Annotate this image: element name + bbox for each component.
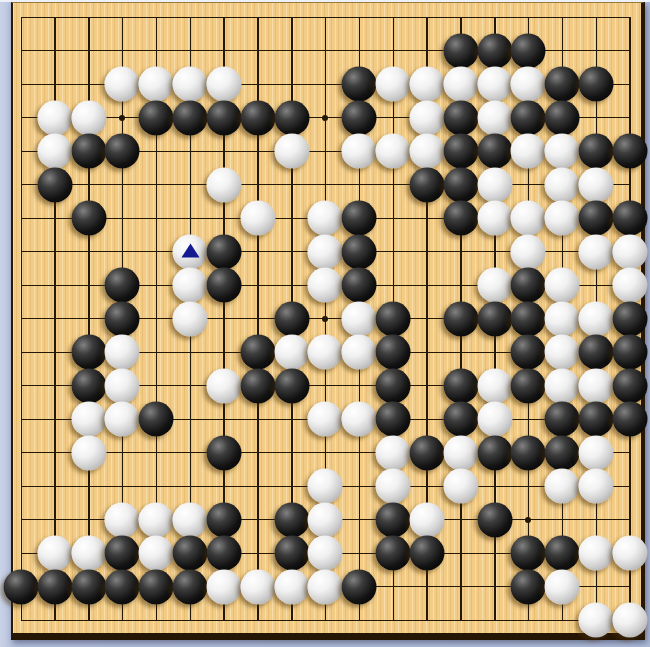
black-stone bbox=[545, 67, 580, 102]
black-stone bbox=[545, 536, 580, 571]
black-stone bbox=[376, 301, 411, 336]
white-stone bbox=[105, 368, 140, 403]
white-stone bbox=[612, 234, 647, 269]
white-stone bbox=[443, 469, 478, 504]
white-stone bbox=[308, 402, 343, 437]
white-stone bbox=[308, 268, 343, 303]
black-stone bbox=[579, 201, 614, 236]
white-stone bbox=[579, 301, 614, 336]
black-stone bbox=[511, 100, 546, 135]
black-stone bbox=[71, 134, 106, 169]
white-stone bbox=[71, 536, 106, 571]
white-stone bbox=[409, 67, 444, 102]
black-stone bbox=[105, 134, 140, 169]
star-point bbox=[322, 316, 328, 322]
white-stone bbox=[545, 268, 580, 303]
white-stone bbox=[173, 301, 208, 336]
go-board[interactable] bbox=[11, 2, 645, 640]
white-stone bbox=[376, 67, 411, 102]
white-stone bbox=[477, 268, 512, 303]
white-stone bbox=[105, 335, 140, 370]
white-stone bbox=[308, 201, 343, 236]
white-stone bbox=[477, 67, 512, 102]
white-stone bbox=[274, 335, 309, 370]
black-stone bbox=[37, 569, 72, 604]
black-stone bbox=[545, 402, 580, 437]
black-stone bbox=[342, 201, 377, 236]
white-stone bbox=[511, 67, 546, 102]
black-stone bbox=[511, 335, 546, 370]
white-stone bbox=[139, 67, 174, 102]
black-stone bbox=[274, 536, 309, 571]
black-stone bbox=[139, 100, 174, 135]
white-stone bbox=[443, 67, 478, 102]
white-stone bbox=[139, 536, 174, 571]
white-stone bbox=[477, 167, 512, 202]
white-stone bbox=[579, 536, 614, 571]
white-stone bbox=[342, 335, 377, 370]
white-stone bbox=[308, 569, 343, 604]
black-stone bbox=[71, 368, 106, 403]
white-stone bbox=[173, 268, 208, 303]
black-stone bbox=[274, 502, 309, 537]
white-stone bbox=[511, 201, 546, 236]
white-stone bbox=[545, 201, 580, 236]
white-stone bbox=[477, 100, 512, 135]
white-stone bbox=[105, 502, 140, 537]
white-stone bbox=[173, 67, 208, 102]
black-stone bbox=[511, 301, 546, 336]
black-stone bbox=[274, 301, 309, 336]
black-stone bbox=[71, 335, 106, 370]
white-stone bbox=[206, 167, 241, 202]
white-stone bbox=[342, 301, 377, 336]
white-stone bbox=[376, 435, 411, 470]
white-stone bbox=[308, 469, 343, 504]
black-stone bbox=[105, 536, 140, 571]
white-stone bbox=[206, 368, 241, 403]
white-stone bbox=[612, 536, 647, 571]
white-stone bbox=[477, 368, 512, 403]
black-stone bbox=[206, 268, 241, 303]
black-stone bbox=[579, 402, 614, 437]
white-stone bbox=[139, 502, 174, 537]
black-stone bbox=[206, 536, 241, 571]
black-stone bbox=[511, 268, 546, 303]
black-stone bbox=[342, 100, 377, 135]
black-stone bbox=[511, 33, 546, 68]
black-stone bbox=[612, 368, 647, 403]
black-stone bbox=[443, 134, 478, 169]
white-stone bbox=[342, 134, 377, 169]
white-stone bbox=[308, 335, 343, 370]
white-stone bbox=[511, 234, 546, 269]
black-stone bbox=[105, 268, 140, 303]
white-stone bbox=[240, 569, 275, 604]
white-stone bbox=[443, 435, 478, 470]
black-stone bbox=[443, 100, 478, 135]
white-stone bbox=[477, 402, 512, 437]
black-stone bbox=[206, 100, 241, 135]
triangle-marker-icon bbox=[181, 244, 199, 258]
black-stone bbox=[206, 435, 241, 470]
black-stone bbox=[139, 402, 174, 437]
white-stone bbox=[545, 569, 580, 604]
white-stone bbox=[477, 201, 512, 236]
black-stone bbox=[71, 201, 106, 236]
black-stone bbox=[71, 569, 106, 604]
black-stone bbox=[240, 100, 275, 135]
white-stone bbox=[37, 134, 72, 169]
black-stone bbox=[4, 569, 39, 604]
black-stone bbox=[376, 536, 411, 571]
black-stone bbox=[477, 134, 512, 169]
white-stone bbox=[274, 134, 309, 169]
black-stone bbox=[173, 569, 208, 604]
white-stone bbox=[409, 100, 444, 135]
white-stone bbox=[511, 134, 546, 169]
grid-line-vertical bbox=[21, 17, 22, 621]
black-stone bbox=[545, 435, 580, 470]
white-stone bbox=[545, 134, 580, 169]
white-stone bbox=[308, 234, 343, 269]
white-stone bbox=[37, 100, 72, 135]
star-point bbox=[525, 517, 531, 523]
go-game-window bbox=[0, 0, 650, 647]
black-stone bbox=[409, 167, 444, 202]
black-stone bbox=[612, 301, 647, 336]
white-stone bbox=[105, 402, 140, 437]
white-stone bbox=[308, 502, 343, 537]
black-stone bbox=[409, 435, 444, 470]
black-stone bbox=[240, 368, 275, 403]
white-stone bbox=[173, 502, 208, 537]
white-stone bbox=[545, 469, 580, 504]
white-stone bbox=[206, 569, 241, 604]
white-stone bbox=[579, 368, 614, 403]
white-stone bbox=[409, 502, 444, 537]
white-stone bbox=[579, 234, 614, 269]
white-stone bbox=[71, 435, 106, 470]
black-stone bbox=[477, 33, 512, 68]
black-stone bbox=[511, 368, 546, 403]
white-stone bbox=[579, 167, 614, 202]
white-stone bbox=[376, 469, 411, 504]
white-stone bbox=[37, 536, 72, 571]
black-stone bbox=[612, 335, 647, 370]
black-stone bbox=[477, 435, 512, 470]
black-stone bbox=[105, 301, 140, 336]
white-stone bbox=[206, 67, 241, 102]
black-stone bbox=[240, 335, 275, 370]
white-stone bbox=[409, 134, 444, 169]
white-stone bbox=[545, 335, 580, 370]
white-stone bbox=[545, 301, 580, 336]
black-stone bbox=[206, 234, 241, 269]
black-stone bbox=[376, 402, 411, 437]
black-stone bbox=[342, 268, 377, 303]
black-stone bbox=[105, 569, 140, 604]
black-stone bbox=[511, 536, 546, 571]
black-stone bbox=[443, 402, 478, 437]
white-stone bbox=[579, 469, 614, 504]
black-stone bbox=[511, 569, 546, 604]
black-stone bbox=[376, 368, 411, 403]
star-point bbox=[119, 115, 125, 121]
black-stone bbox=[511, 435, 546, 470]
black-stone bbox=[206, 502, 241, 537]
white-stone bbox=[545, 167, 580, 202]
black-stone bbox=[173, 536, 208, 571]
white-stone bbox=[105, 67, 140, 102]
white-stone bbox=[545, 368, 580, 403]
white-stone bbox=[612, 268, 647, 303]
white-stone bbox=[579, 603, 614, 638]
black-stone bbox=[443, 201, 478, 236]
black-stone bbox=[579, 67, 614, 102]
white-stone bbox=[376, 134, 411, 169]
white-stone bbox=[274, 569, 309, 604]
black-stone bbox=[376, 502, 411, 537]
black-stone bbox=[173, 100, 208, 135]
white-stone bbox=[612, 603, 647, 638]
black-stone bbox=[477, 502, 512, 537]
black-stone bbox=[443, 33, 478, 68]
black-stone bbox=[579, 134, 614, 169]
black-stone bbox=[376, 335, 411, 370]
black-stone bbox=[579, 335, 614, 370]
white-stone bbox=[579, 435, 614, 470]
star-point bbox=[322, 115, 328, 121]
black-stone bbox=[37, 167, 72, 202]
white-stone bbox=[71, 402, 106, 437]
black-stone bbox=[443, 368, 478, 403]
black-stone bbox=[409, 536, 444, 571]
black-stone bbox=[274, 368, 309, 403]
black-stone bbox=[139, 569, 174, 604]
white-stone bbox=[240, 201, 275, 236]
black-stone bbox=[274, 100, 309, 135]
black-stone bbox=[443, 167, 478, 202]
black-stone bbox=[342, 67, 377, 102]
white-stone-triangle-marked bbox=[173, 234, 208, 269]
black-stone bbox=[612, 134, 647, 169]
white-stone bbox=[308, 536, 343, 571]
black-stone bbox=[342, 569, 377, 604]
black-stone bbox=[612, 402, 647, 437]
black-stone bbox=[545, 100, 580, 135]
white-stone bbox=[342, 402, 377, 437]
black-stone bbox=[477, 301, 512, 336]
white-stone bbox=[71, 100, 106, 135]
black-stone bbox=[443, 301, 478, 336]
black-stone bbox=[612, 201, 647, 236]
black-stone bbox=[342, 234, 377, 269]
